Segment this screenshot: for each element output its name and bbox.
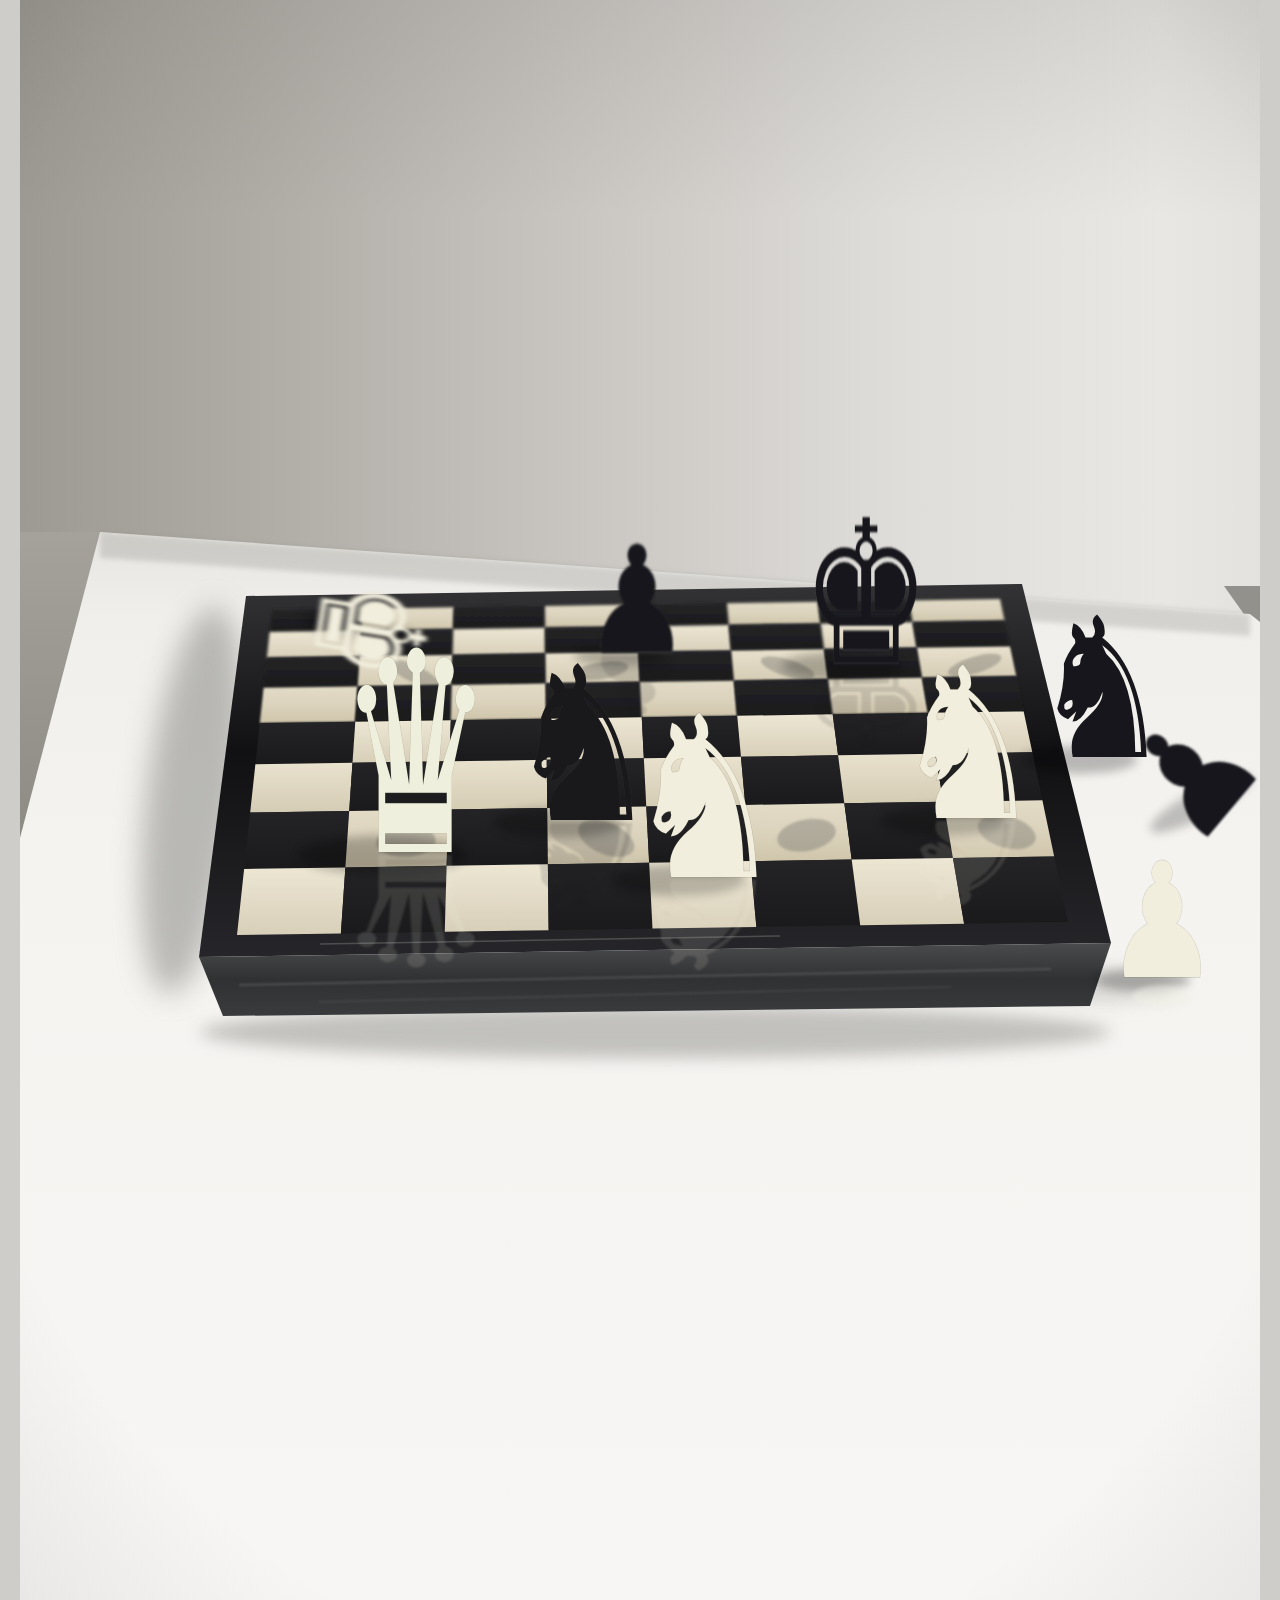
chess-photo-svg: ♚♟♟♚♚♞♟♞♞♞♞♛♛♞♞♟ [20, 0, 1260, 1600]
photo-scene: ♚♟♟♚♚♞♟♞♞♞♞♛♛♞♞♟ ♚♟♚♞♞♛♞ [20, 0, 1260, 1600]
vignette [20, 0, 1260, 1600]
